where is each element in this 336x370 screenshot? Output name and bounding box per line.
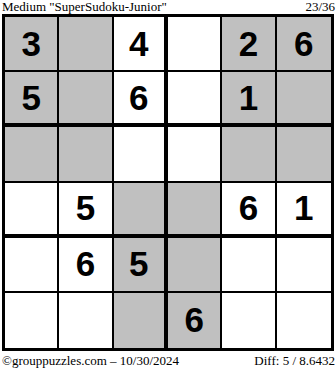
cell-r5c6[interactable] <box>277 238 331 293</box>
cell-r1c2[interactable] <box>59 17 113 72</box>
cell-r3c5[interactable] <box>222 127 276 182</box>
puzzle-title: Medium "SuperSudoku-Junior" <box>2 0 167 13</box>
cell-r3c6[interactable] <box>277 127 331 182</box>
cell-r3c1[interactable] <box>5 127 59 182</box>
cell-r3c3[interactable] <box>114 127 168 182</box>
cell-r3c4[interactable] <box>168 127 222 182</box>
remaining-counter: 23/36 <box>305 0 335 13</box>
cell-r2c3[interactable]: 6 <box>114 72 168 127</box>
cell-r2c2[interactable] <box>59 72 113 127</box>
footer: ©grouppuzzles.com – 10/30/2024 Diff: 5 /… <box>2 353 335 368</box>
cell-r4c4[interactable] <box>168 183 222 238</box>
cell-r6c4[interactable]: 6 <box>168 293 222 348</box>
cell-r3c2[interactable] <box>59 127 113 182</box>
cell-r4c5[interactable]: 6 <box>222 183 276 238</box>
cell-r1c1[interactable]: 3 <box>5 17 59 72</box>
copyright-date: ©grouppuzzles.com – 10/30/2024 <box>2 354 179 368</box>
cell-r6c6[interactable] <box>277 293 331 348</box>
cell-r5c1[interactable] <box>5 238 59 293</box>
cell-r5c3[interactable]: 5 <box>114 238 168 293</box>
cell-r6c1[interactable] <box>5 293 59 348</box>
cell-r1c5[interactable]: 2 <box>222 17 276 72</box>
cell-r4c6[interactable]: 1 <box>277 183 331 238</box>
cell-r4c2[interactable]: 5 <box>59 183 113 238</box>
cell-r1c6[interactable]: 6 <box>277 17 331 72</box>
cell-r1c3[interactable]: 4 <box>114 17 168 72</box>
cell-r5c2[interactable]: 6 <box>59 238 113 293</box>
cell-r4c3[interactable] <box>114 183 168 238</box>
cell-r2c4[interactable] <box>168 72 222 127</box>
cell-r6c3[interactable] <box>114 293 168 348</box>
cell-r2c5[interactable]: 1 <box>222 72 276 127</box>
cell-r2c6[interactable] <box>277 72 331 127</box>
sudoku-board: 3426561561656 <box>2 14 334 351</box>
cell-r6c2[interactable] <box>59 293 113 348</box>
cell-r5c5[interactable] <box>222 238 276 293</box>
cell-r5c4[interactable] <box>168 238 222 293</box>
cell-r4c1[interactable] <box>5 183 59 238</box>
header: Medium "SuperSudoku-Junior" 23/36 <box>2 0 335 14</box>
cell-r2c1[interactable]: 5 <box>5 72 59 127</box>
difficulty-rating: Diff: 5 / 8.6432 <box>254 354 335 368</box>
cell-r1c4[interactable] <box>168 17 222 72</box>
cell-r6c5[interactable] <box>222 293 276 348</box>
